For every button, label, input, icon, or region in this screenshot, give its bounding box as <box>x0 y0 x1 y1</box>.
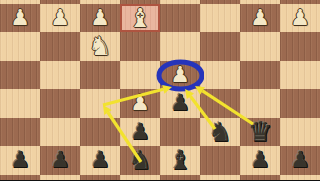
white-pawn-a2: ♟ <box>280 4 320 33</box>
square-g2[interactable]: ♟ <box>40 4 80 33</box>
square-a2[interactable]: ♟ <box>280 4 320 33</box>
black-knight-c6: ♞ <box>200 118 240 147</box>
square-a7[interactable]: ♟ <box>280 146 320 175</box>
white-knight-f3: ♞ <box>80 32 120 61</box>
black-pawn-g7: ♟ <box>40 146 80 175</box>
square-c4[interactable] <box>200 61 240 90</box>
square-b7[interactable]: ♟ <box>240 146 280 175</box>
white-pawn-f2: ♟ <box>80 4 120 33</box>
square-d6[interactable] <box>160 118 200 147</box>
square-d8[interactable] <box>160 175 200 181</box>
square-c6[interactable]: ♞ <box>200 118 240 147</box>
square-f5[interactable] <box>80 89 120 118</box>
black-pawn-a7: ♟ <box>280 146 320 175</box>
square-e8[interactable]: ♚ <box>120 175 160 181</box>
black-rook-h8: ♜ <box>0 180 40 181</box>
square-e5[interactable]: ♟ <box>120 89 160 118</box>
square-f3[interactable]: ♞ <box>80 32 120 61</box>
square-b6[interactable]: ♛ <box>240 118 280 147</box>
square-g8[interactable] <box>40 175 80 181</box>
square-g4[interactable] <box>40 61 80 90</box>
white-pawn-h2: ♟ <box>0 4 40 33</box>
black-pawn-f7: ♟ <box>80 146 120 175</box>
square-e4[interactable] <box>120 61 160 90</box>
square-h4[interactable] <box>0 61 40 90</box>
square-g6[interactable] <box>40 118 80 147</box>
square-a3[interactable] <box>280 32 320 61</box>
white-king-e1: ♚ <box>120 0 160 1</box>
square-b2[interactable]: ♟ <box>240 4 280 33</box>
square-e7[interactable]: ♞ <box>120 146 160 175</box>
square-f8[interactable]: ♝ <box>80 175 120 181</box>
square-d4[interactable]: ♟ <box>160 61 200 90</box>
white-pawn-d4: ♟ <box>160 61 200 90</box>
black-queen-b6: ♛ <box>240 118 280 147</box>
white-rook-h1: ♜ <box>0 0 40 1</box>
white-pawn-e5: ♟ <box>120 89 160 118</box>
white-bishop-c1: ♝ <box>200 0 240 1</box>
square-h5[interactable] <box>0 89 40 118</box>
black-pawn-h7: ♟ <box>0 146 40 175</box>
square-a4[interactable] <box>280 61 320 90</box>
white-knight-b1: ♞ <box>240 0 280 1</box>
square-c8[interactable] <box>200 175 240 181</box>
square-b5[interactable] <box>240 89 280 118</box>
square-f7[interactable]: ♟ <box>80 146 120 175</box>
black-bishop-f8: ♝ <box>80 180 120 181</box>
square-a8[interactable]: ♜ <box>280 175 320 181</box>
square-h7[interactable]: ♟ <box>0 146 40 175</box>
square-c2[interactable] <box>200 4 240 33</box>
square-f6[interactable] <box>80 118 120 147</box>
square-a6[interactable] <box>280 118 320 147</box>
square-e2[interactable]: ♝ <box>120 4 160 33</box>
square-c3[interactable] <box>200 32 240 61</box>
white-pawn-b2: ♟ <box>240 4 280 33</box>
white-rook-a1: ♜ <box>280 0 320 1</box>
white-queen-d1: ♛ <box>160 0 200 1</box>
square-d5[interactable]: ♟ <box>160 89 200 118</box>
square-c7[interactable] <box>200 146 240 175</box>
white-bishop-e2: ♝ <box>120 4 160 33</box>
square-h2[interactable]: ♟ <box>0 4 40 33</box>
chess-board: ♜♚♛♝♞♜♟♟♟♝♟♟♞♟♟♟♟♞♛♟♟♟♞♝♟♟♜♝♚♜ <box>0 0 320 180</box>
square-g3[interactable] <box>40 32 80 61</box>
black-king-e8: ♚ <box>120 180 160 181</box>
square-g5[interactable] <box>40 89 80 118</box>
square-a5[interactable] <box>280 89 320 118</box>
black-knight-e7: ♞ <box>120 146 160 175</box>
black-bishop-d7: ♝ <box>160 146 200 175</box>
square-e6[interactable]: ♟ <box>120 118 160 147</box>
square-h6[interactable] <box>0 118 40 147</box>
square-d3[interactable] <box>160 32 200 61</box>
white-pawn-g2: ♟ <box>40 4 80 33</box>
black-pawn-d5: ♟ <box>160 89 200 118</box>
square-d7[interactable]: ♝ <box>160 146 200 175</box>
square-f4[interactable] <box>80 61 120 90</box>
square-b8[interactable] <box>240 175 280 181</box>
chess-board-thumbnail: ♜♚♛♝♞♜♟♟♟♝♟♟♞♟♟♟♟♞♛♟♟♟♞♝♟♟♜♝♚♜ <box>0 0 320 180</box>
black-rook-a8: ♜ <box>280 180 320 181</box>
black-pawn-b7: ♟ <box>240 146 280 175</box>
square-d2[interactable] <box>160 4 200 33</box>
square-b3[interactable] <box>240 32 280 61</box>
square-c5[interactable] <box>200 89 240 118</box>
square-f2[interactable]: ♟ <box>80 4 120 33</box>
black-pawn-e6: ♟ <box>120 118 160 147</box>
square-b4[interactable] <box>240 61 280 90</box>
blue-circle-annotation <box>156 58 204 92</box>
square-e3[interactable] <box>120 32 160 61</box>
square-g7[interactable]: ♟ <box>40 146 80 175</box>
square-h8[interactable]: ♜ <box>0 175 40 181</box>
square-h3[interactable] <box>0 32 40 61</box>
